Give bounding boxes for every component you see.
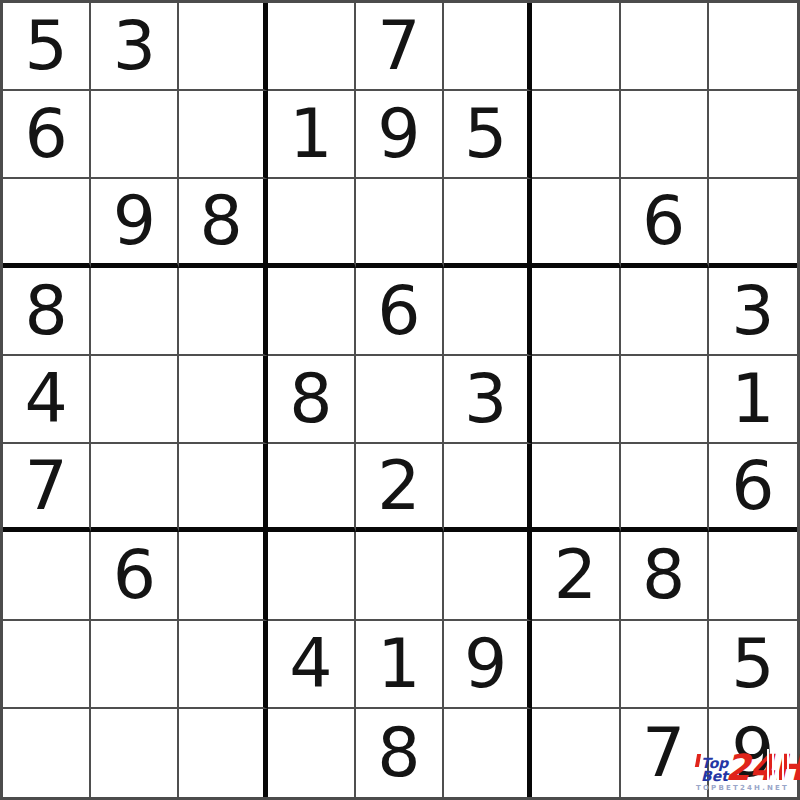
cell-r5c5[interactable] <box>356 356 444 444</box>
cell-r8c8[interactable] <box>621 621 709 709</box>
cell-r2c5[interactable]: 9 <box>356 91 444 179</box>
cell-r7c3[interactable] <box>179 532 267 620</box>
cell-r5c2[interactable] <box>91 356 179 444</box>
cell-r7c8[interactable]: 8 <box>621 532 709 620</box>
cell-r6c5[interactable]: 2 <box>356 444 444 532</box>
cell-r8c9[interactable]: 5 <box>709 621 797 709</box>
cell-r9c4[interactable] <box>268 709 356 797</box>
cell-r4c4[interactable] <box>268 268 356 356</box>
cell-r8c7[interactable] <box>532 621 620 709</box>
cell-r2c9[interactable] <box>709 91 797 179</box>
cell-r3c2[interactable]: 9 <box>91 179 179 267</box>
cell-r9c9[interactable]: 9 <box>709 709 797 797</box>
cell-r9c7[interactable] <box>532 709 620 797</box>
cell-r3c8[interactable]: 6 <box>621 179 709 267</box>
sudoku-board: 537619598686348317266284195879 Top Bet 2… <box>0 0 800 800</box>
cell-r7c6[interactable] <box>444 532 532 620</box>
cell-r5c9[interactable]: 1 <box>709 356 797 444</box>
cell-r8c2[interactable] <box>91 621 179 709</box>
cell-r5c3[interactable] <box>179 356 267 444</box>
cell-r3c9[interactable] <box>709 179 797 267</box>
cell-r1c7[interactable] <box>532 3 620 91</box>
cell-r8c3[interactable] <box>179 621 267 709</box>
cell-r5c1[interactable]: 4 <box>3 356 91 444</box>
cell-r4c8[interactable] <box>621 268 709 356</box>
cell-r6c3[interactable] <box>179 444 267 532</box>
cell-r3c6[interactable] <box>444 179 532 267</box>
cell-r9c8[interactable]: 7 <box>621 709 709 797</box>
cell-r4c3[interactable] <box>179 268 267 356</box>
cell-r5c7[interactable] <box>532 356 620 444</box>
cell-r6c4[interactable] <box>268 444 356 532</box>
cell-r2c1[interactable]: 6 <box>3 91 91 179</box>
cell-r6c1[interactable]: 7 <box>3 444 91 532</box>
cell-r7c1[interactable] <box>3 532 91 620</box>
cell-r1c2[interactable]: 3 <box>91 3 179 91</box>
cell-r1c8[interactable] <box>621 3 709 91</box>
cell-r8c6[interactable]: 9 <box>444 621 532 709</box>
cell-r3c5[interactable] <box>356 179 444 267</box>
cell-r6c7[interactable] <box>532 444 620 532</box>
cell-r2c8[interactable] <box>621 91 709 179</box>
cell-r8c4[interactable]: 4 <box>268 621 356 709</box>
cell-r7c5[interactable] <box>356 532 444 620</box>
cell-r5c6[interactable]: 3 <box>444 356 532 444</box>
cell-r1c5[interactable]: 7 <box>356 3 444 91</box>
cell-r2c7[interactable] <box>532 91 620 179</box>
cell-r7c2[interactable]: 6 <box>91 532 179 620</box>
cell-r6c2[interactable] <box>91 444 179 532</box>
cell-r1c1[interactable]: 5 <box>3 3 91 91</box>
cell-r1c4[interactable] <box>268 3 356 91</box>
cell-r7c9[interactable] <box>709 532 797 620</box>
cell-r4c7[interactable] <box>532 268 620 356</box>
cell-r9c5[interactable]: 8 <box>356 709 444 797</box>
cell-r8c1[interactable] <box>3 621 91 709</box>
cell-r9c6[interactable] <box>444 709 532 797</box>
cell-r4c2[interactable] <box>91 268 179 356</box>
cell-r2c3[interactable] <box>179 91 267 179</box>
cell-r4c1[interactable]: 8 <box>3 268 91 356</box>
cell-r2c4[interactable]: 1 <box>268 91 356 179</box>
cell-r7c7[interactable]: 2 <box>532 532 620 620</box>
cell-r3c7[interactable] <box>532 179 620 267</box>
cell-r6c6[interactable] <box>444 444 532 532</box>
cell-r6c8[interactable] <box>621 444 709 532</box>
cell-r4c9[interactable]: 3 <box>709 268 797 356</box>
cell-r1c9[interactable] <box>709 3 797 91</box>
cell-r3c4[interactable] <box>268 179 356 267</box>
cell-r5c4[interactable]: 8 <box>268 356 356 444</box>
cell-r6c9[interactable]: 6 <box>709 444 797 532</box>
cell-r2c2[interactable] <box>91 91 179 179</box>
cell-r8c5[interactable]: 1 <box>356 621 444 709</box>
cell-r3c3[interactable]: 8 <box>179 179 267 267</box>
cell-r3c1[interactable] <box>3 179 91 267</box>
cell-r5c8[interactable] <box>621 356 709 444</box>
cell-r4c6[interactable] <box>444 268 532 356</box>
cell-r1c3[interactable] <box>179 3 267 91</box>
cell-r7c4[interactable] <box>268 532 356 620</box>
cell-r9c3[interactable] <box>179 709 267 797</box>
cell-r1c6[interactable] <box>444 3 532 91</box>
cell-r9c1[interactable] <box>3 709 91 797</box>
cell-r2c6[interactable]: 5 <box>444 91 532 179</box>
cell-r4c5[interactable]: 6 <box>356 268 444 356</box>
cell-r9c2[interactable] <box>91 709 179 797</box>
